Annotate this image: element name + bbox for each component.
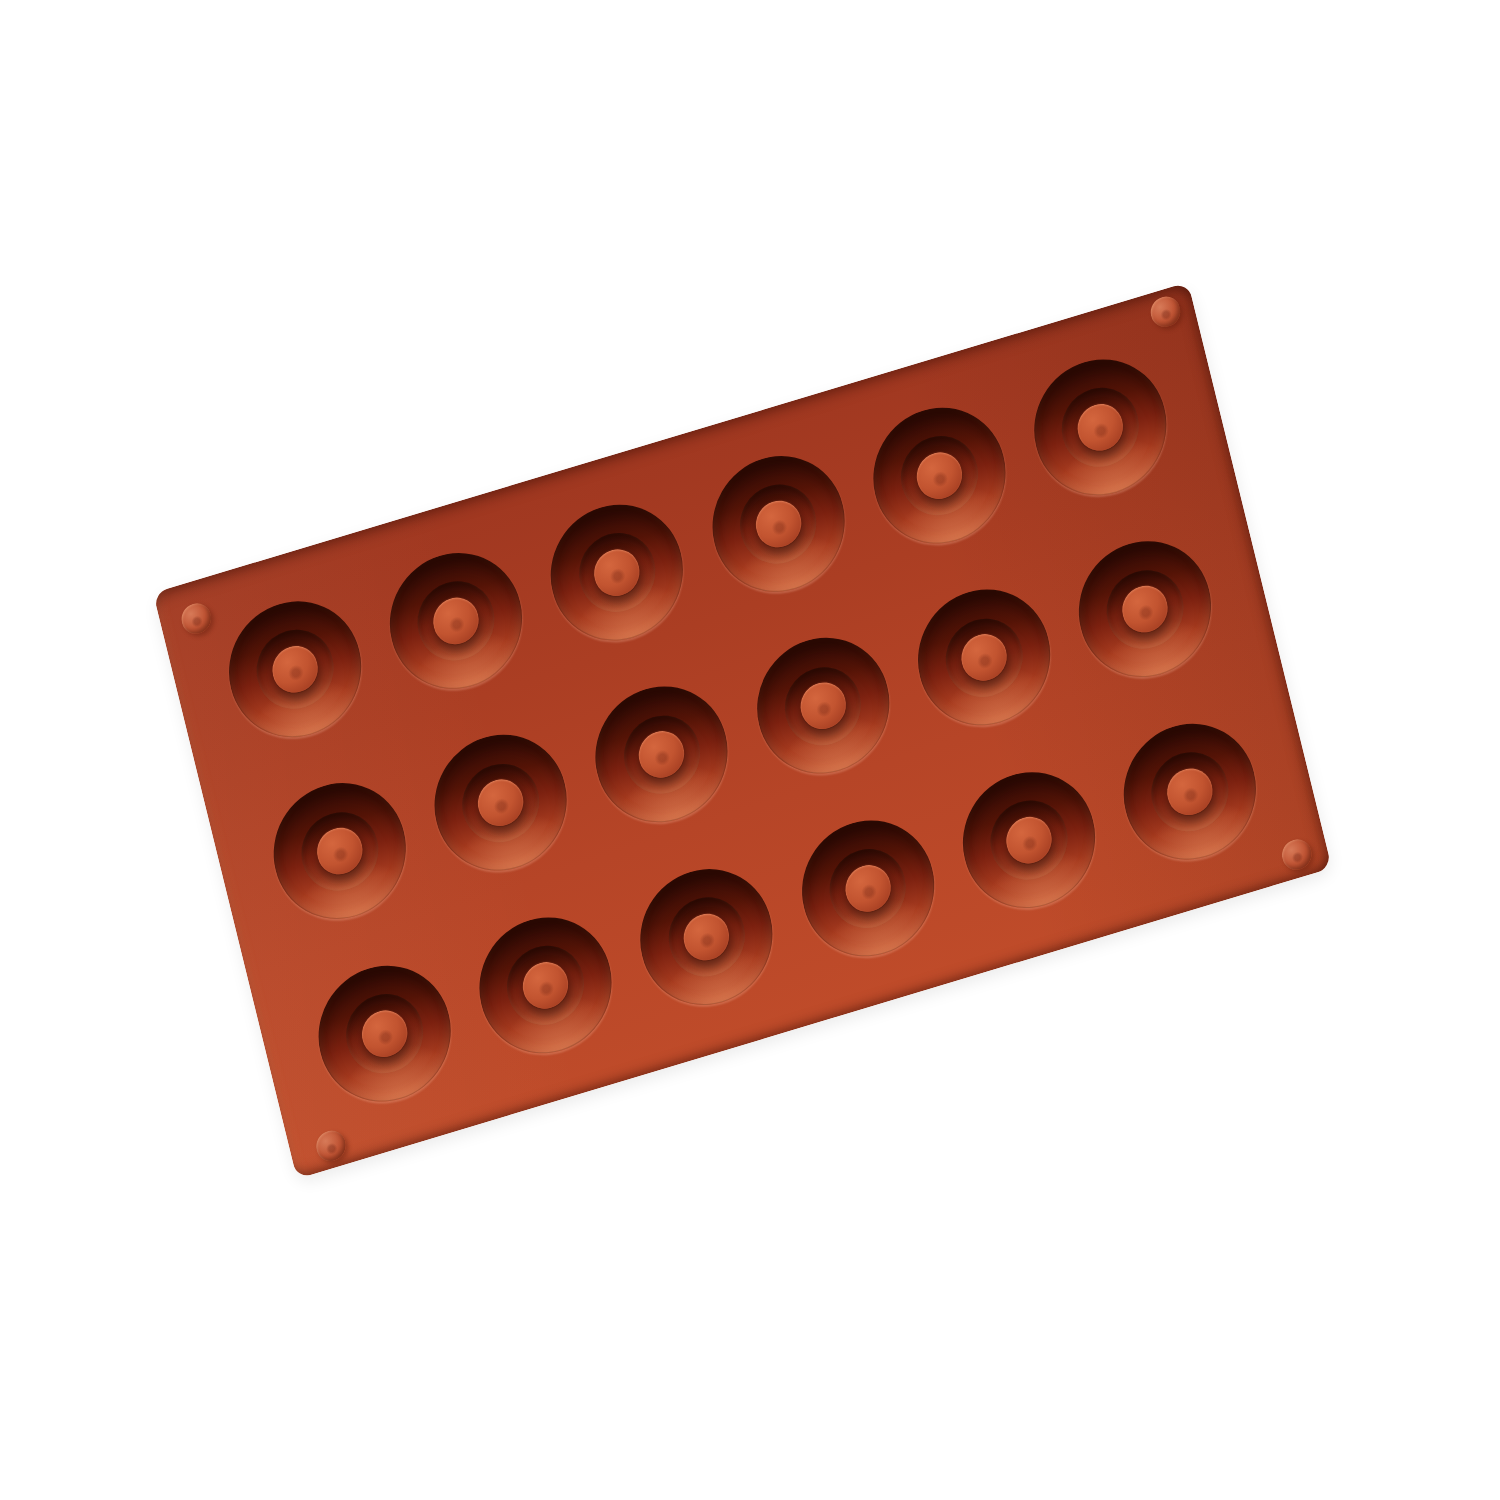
mold-cavity [305,949,465,1118]
cavity-grid [153,282,1332,1179]
mold-cavity [260,767,420,936]
mold-cavity [904,574,1064,743]
mold-cavity [698,440,858,609]
mold-cavity [859,391,1019,560]
silicone-donut-mold [153,282,1332,1179]
mold-cavity [1110,708,1270,877]
mold-cavity [949,756,1109,925]
mold-cavity [743,622,903,791]
mold-cavity [466,901,626,1070]
mold-cavity [376,536,536,705]
mold-cavity [627,853,787,1022]
photo-background [0,0,1500,1500]
mold-cavity [215,585,375,754]
mold-cavity [788,804,948,973]
mold-cavity [421,719,581,888]
mold-cavity [582,670,742,839]
mold-cavity [1065,525,1225,694]
mold-cavity [537,488,697,657]
mold-cavity [1020,343,1180,512]
